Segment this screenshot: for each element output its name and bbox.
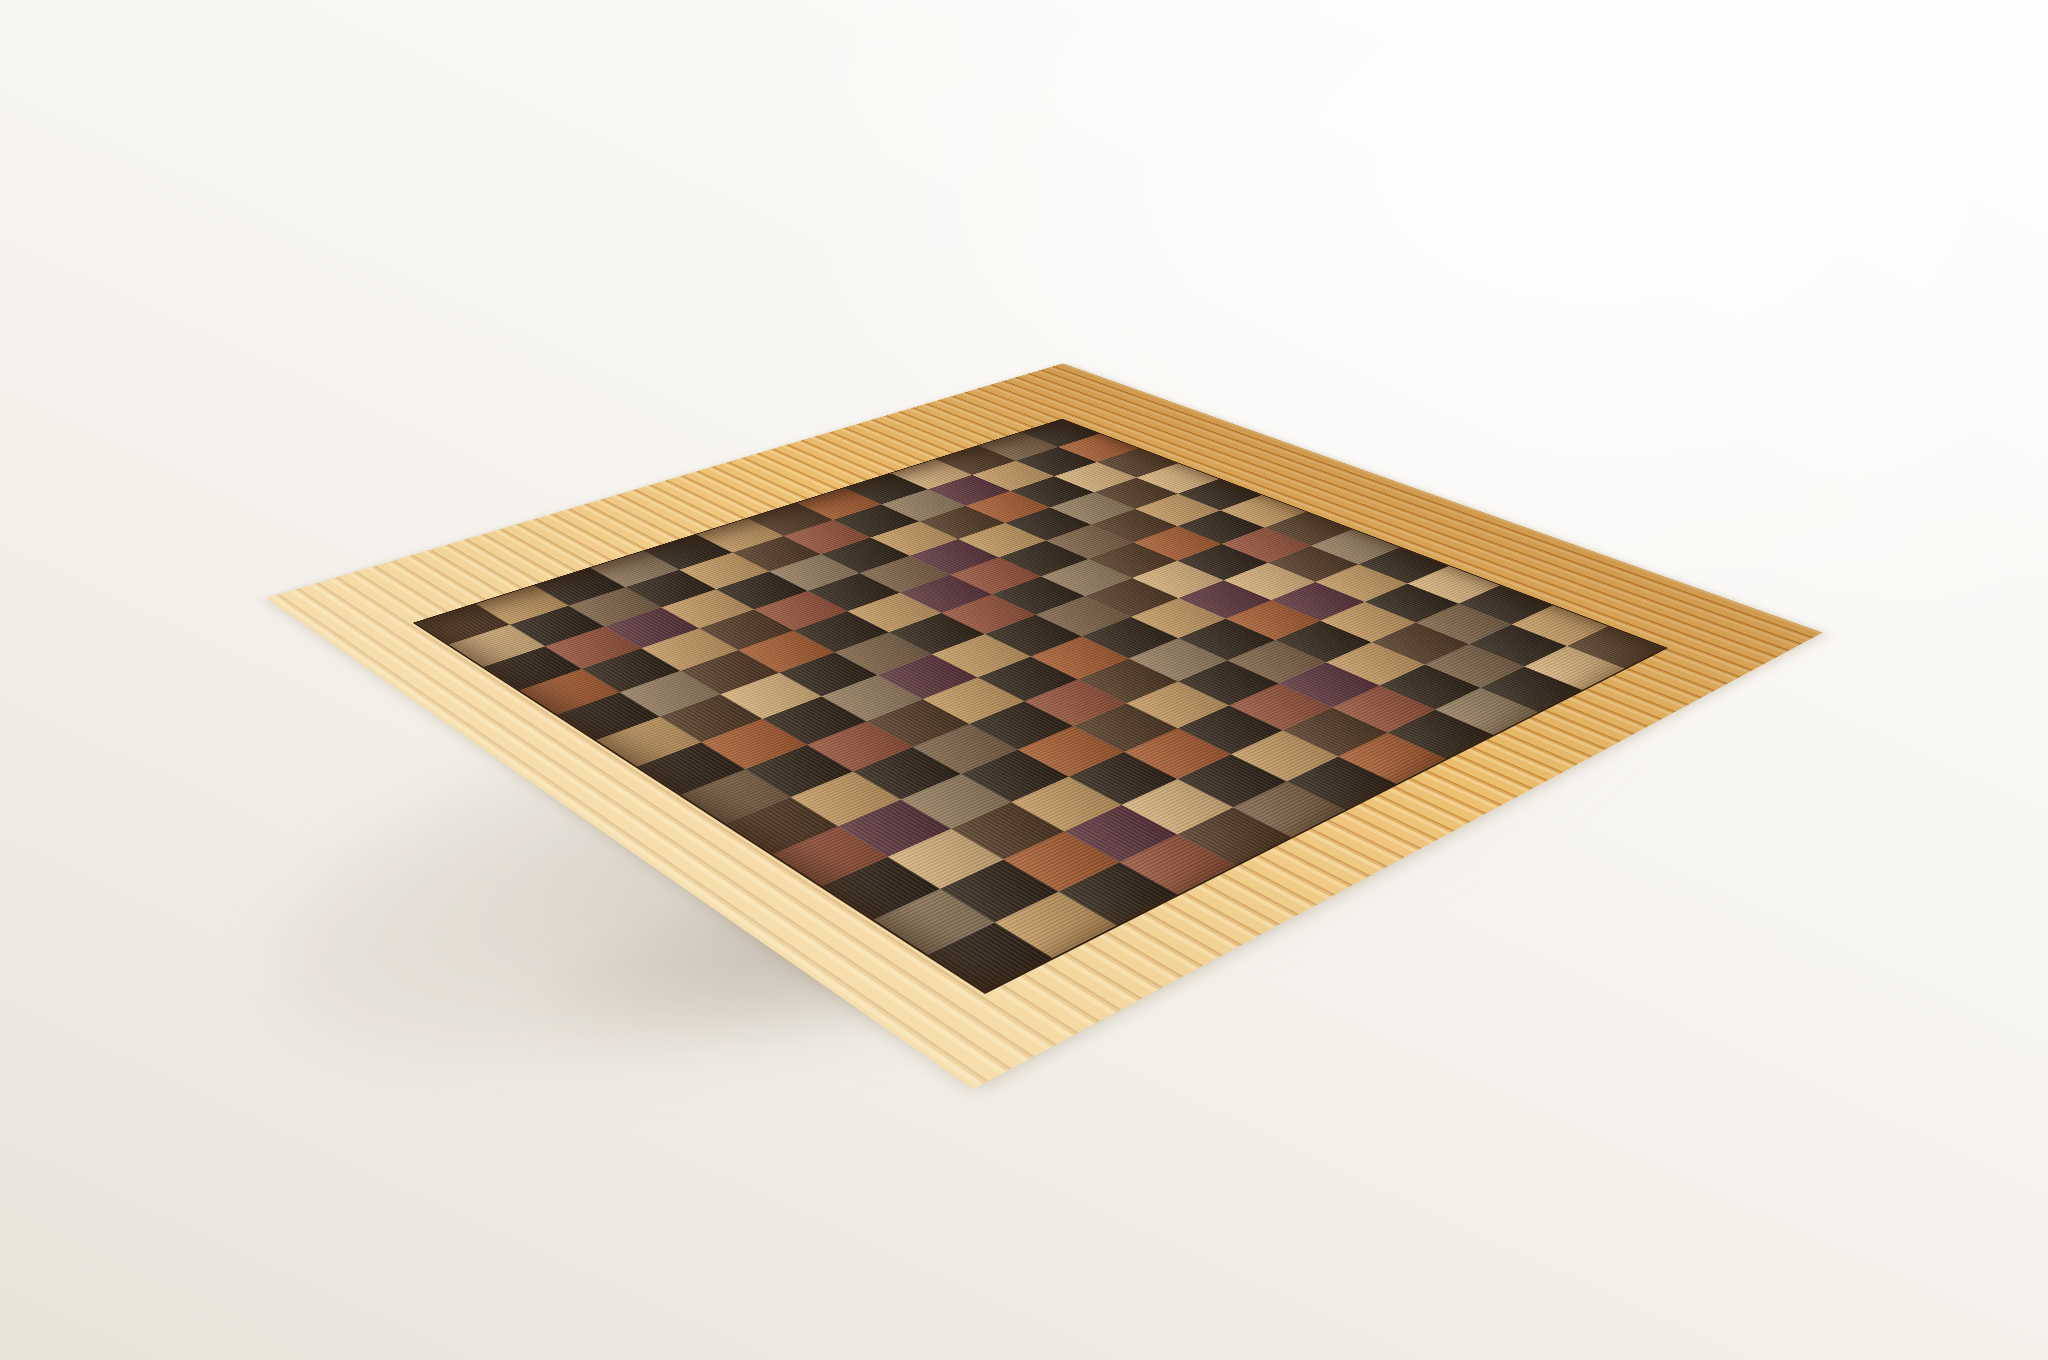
photo-stage	[0, 0, 2048, 1360]
